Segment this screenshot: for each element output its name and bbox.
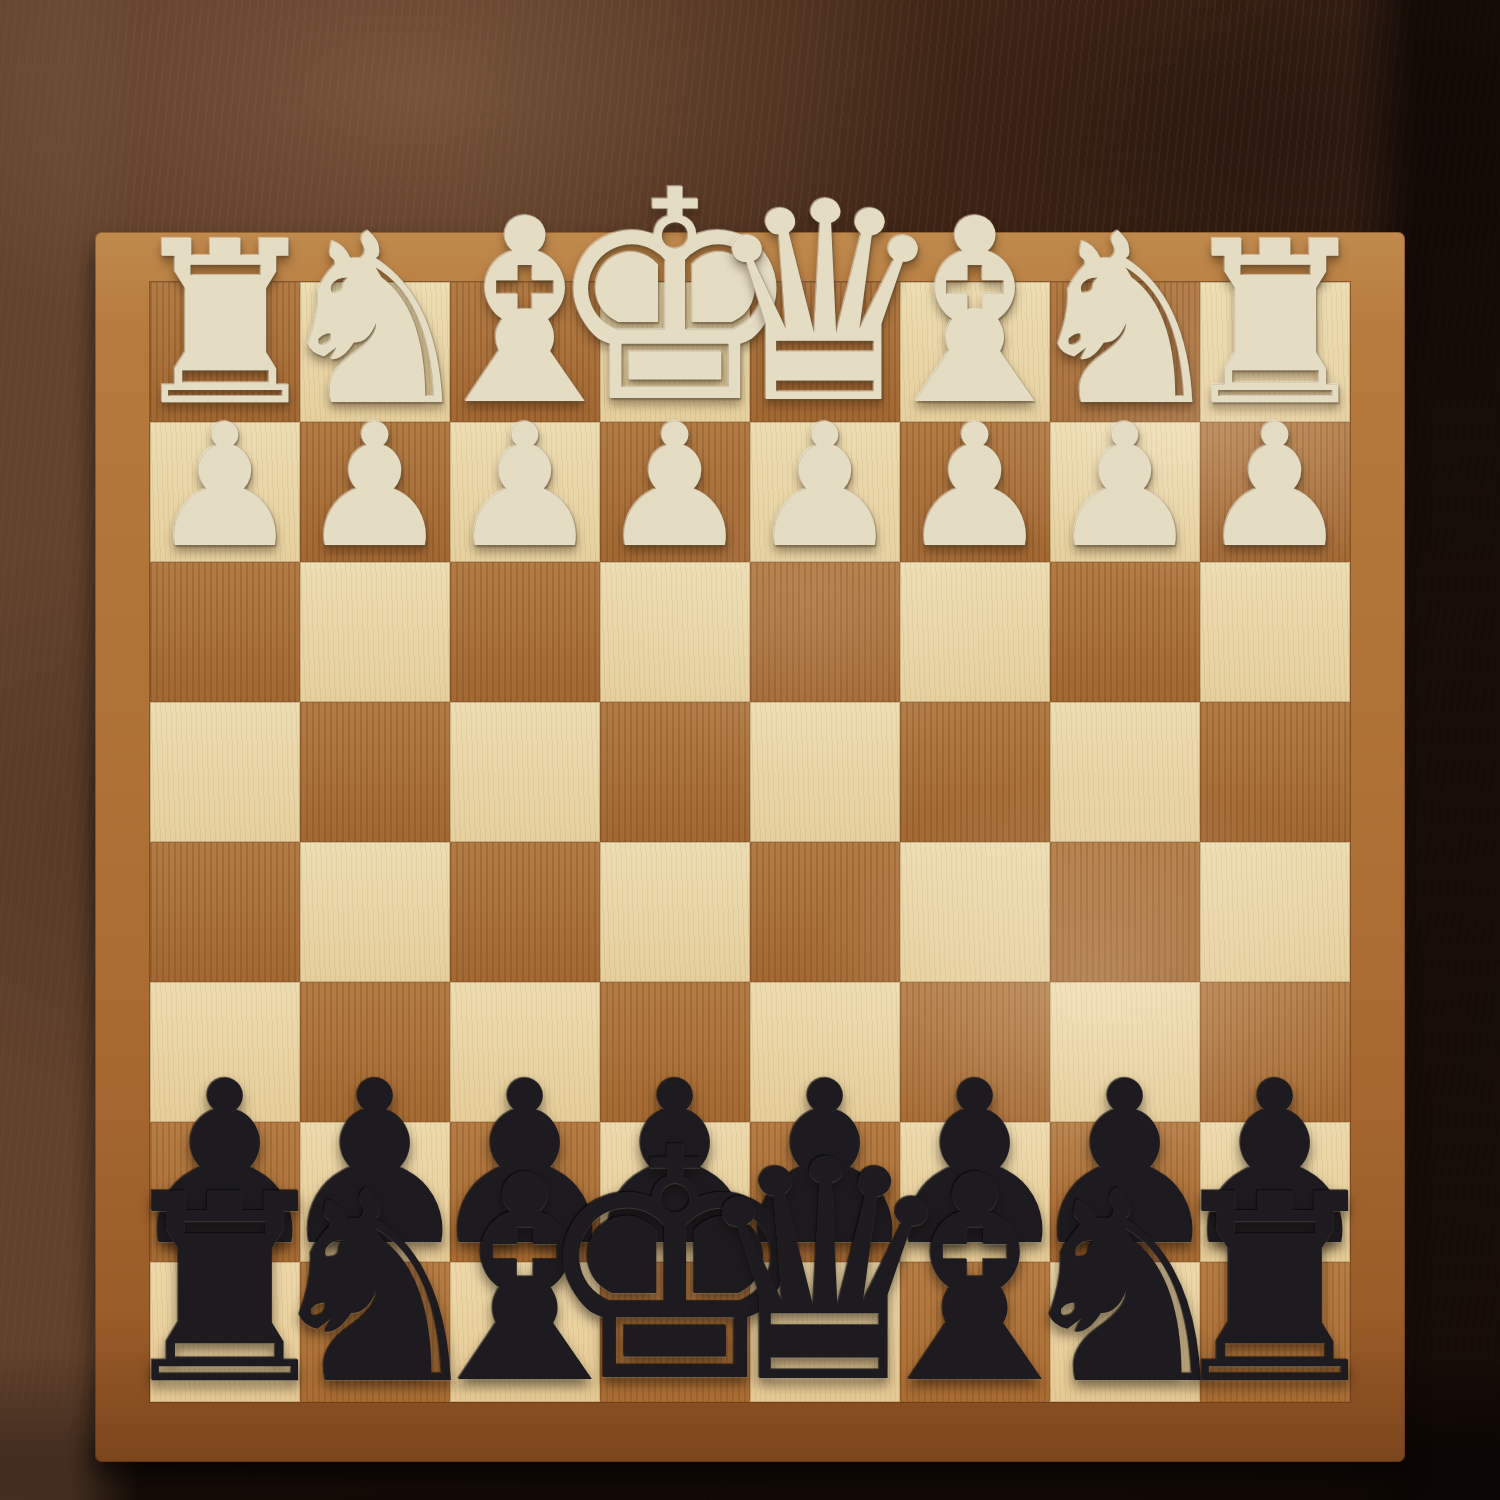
square-e5[interactable] xyxy=(600,842,750,982)
photo-canvas: ♜♞♝♚♛♝♞♜♟♟♟♟♟♟♟♟♟♟♟♟♟♟♟♟♜♞♝♚♛♝♞♜ xyxy=(0,0,1500,1500)
square-b4[interactable] xyxy=(1050,702,1200,842)
square-d4[interactable] xyxy=(750,702,900,842)
square-c5[interactable] xyxy=(900,842,1050,982)
square-d5[interactable] xyxy=(750,842,900,982)
square-g4[interactable] xyxy=(300,702,450,842)
square-h5[interactable] xyxy=(150,842,300,982)
square-g5[interactable] xyxy=(300,842,450,982)
square-f4[interactable] xyxy=(450,702,600,842)
square-a4[interactable] xyxy=(1200,702,1350,842)
square-e4[interactable] xyxy=(600,702,750,842)
piece-black-rook-a8[interactable]: ♜ xyxy=(1125,1160,1425,1420)
square-f5[interactable] xyxy=(450,842,600,982)
square-b5[interactable] xyxy=(1050,842,1200,982)
square-c4[interactable] xyxy=(900,702,1050,842)
square-a5[interactable] xyxy=(1200,842,1350,982)
square-h4[interactable] xyxy=(150,702,300,842)
piece-white-pawn-a2[interactable]: ♟ xyxy=(1125,401,1425,571)
